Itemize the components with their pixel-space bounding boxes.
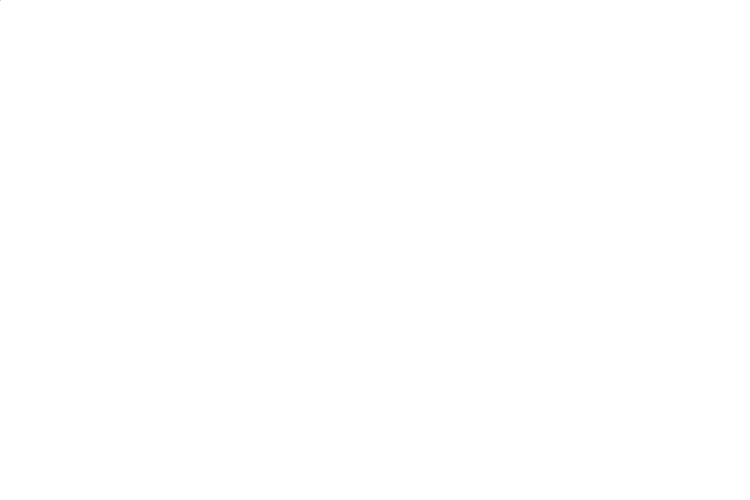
photo-canvas: [0, 0, 750, 500]
